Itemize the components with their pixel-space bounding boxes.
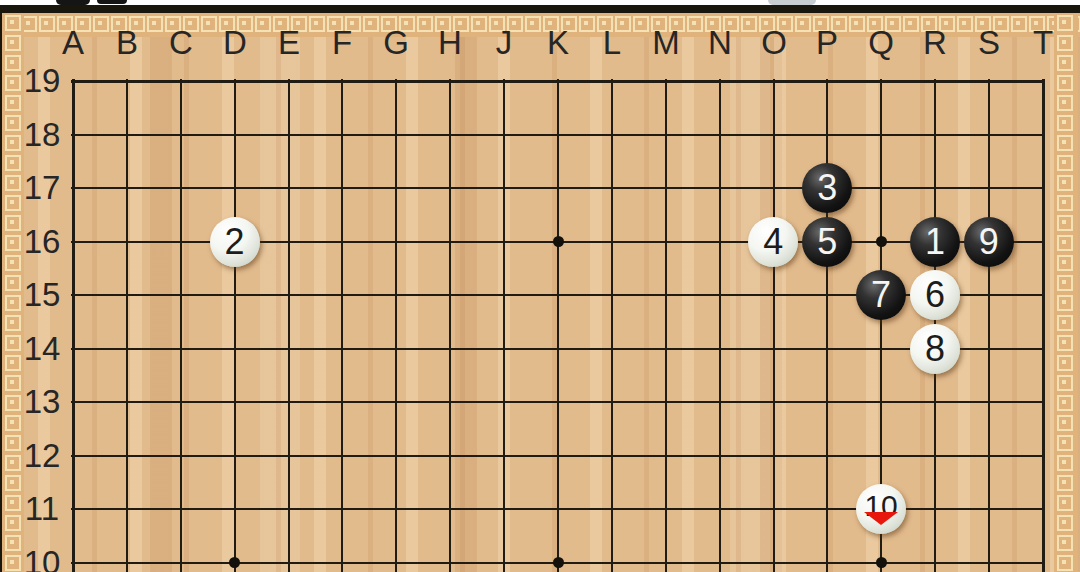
intersection[interactable]: [46, 322, 100, 376]
stone-move-number: 2: [225, 217, 245, 267]
intersection[interactable]: [531, 322, 585, 376]
intersection[interactable]: [962, 376, 1016, 430]
intersection[interactable]: [477, 215, 531, 269]
intersection[interactable]: [46, 483, 100, 537]
intersection[interactable]: [746, 322, 800, 376]
go-board-app: ABCDEFGHJKLMNOPQRST19181716151413121110 …: [0, 0, 1080, 572]
intersection[interactable]: [315, 54, 369, 108]
intersection[interactable]: [154, 268, 208, 322]
intersection[interactable]: [746, 268, 800, 322]
intersection[interactable]: [208, 54, 262, 108]
intersection[interactable]: [585, 322, 639, 376]
intersection[interactable]: [693, 536, 747, 572]
intersection[interactable]: [962, 322, 1016, 376]
intersection[interactable]: [208, 429, 262, 483]
intersection[interactable]: [315, 376, 369, 430]
intersection[interactable]: [854, 215, 908, 269]
intersection[interactable]: [639, 161, 693, 215]
intersection[interactable]: [908, 108, 962, 162]
intersection[interactable]: [208, 108, 262, 162]
intersection[interactable]: [1016, 268, 1070, 322]
intersection[interactable]: [908, 429, 962, 483]
intersection[interactable]: [369, 483, 423, 537]
intersection[interactable]: [854, 536, 908, 572]
intersection[interactable]: [746, 108, 800, 162]
intersection[interactable]: [477, 268, 531, 322]
intersection[interactable]: [46, 429, 100, 483]
intersection[interactable]: 6: [908, 268, 962, 322]
intersection[interactable]: [746, 54, 800, 108]
intersection[interactable]: [962, 268, 1016, 322]
intersection[interactable]: [477, 483, 531, 537]
intersection[interactable]: [639, 215, 693, 269]
intersection[interactable]: [262, 376, 316, 430]
intersection[interactable]: [154, 536, 208, 572]
intersection[interactable]: [800, 322, 854, 376]
intersection[interactable]: [477, 108, 531, 162]
intersection[interactable]: [693, 376, 747, 430]
intersection[interactable]: [46, 54, 100, 108]
intersection[interactable]: [154, 215, 208, 269]
intersection[interactable]: [423, 429, 477, 483]
intersection[interactable]: [477, 54, 531, 108]
intersection[interactable]: [315, 322, 369, 376]
intersection[interactable]: [639, 429, 693, 483]
intersection[interactable]: [262, 54, 316, 108]
stone-move-number: 6: [925, 270, 945, 320]
intersection[interactable]: [962, 54, 1016, 108]
intersection[interactable]: [908, 376, 962, 430]
intersection[interactable]: [423, 376, 477, 430]
intersection[interactable]: [962, 108, 1016, 162]
intersection[interactable]: [154, 322, 208, 376]
intersection[interactable]: [100, 108, 154, 162]
intersection[interactable]: 3: [800, 161, 854, 215]
intersection[interactable]: [962, 483, 1016, 537]
intersection[interactable]: [315, 536, 369, 572]
intersection[interactable]: [639, 322, 693, 376]
intersection[interactable]: [100, 376, 154, 430]
intersection[interactable]: 7: [854, 268, 908, 322]
intersection[interactable]: 9: [962, 215, 1016, 269]
intersection[interactable]: [100, 536, 154, 572]
intersection[interactable]: [693, 268, 747, 322]
intersection[interactable]: [262, 108, 316, 162]
intersection[interactable]: [1016, 536, 1070, 572]
intersection[interactable]: [800, 536, 854, 572]
intersection[interactable]: [1016, 108, 1070, 162]
go-board-grid[interactable]: 32451976810: [46, 54, 1070, 572]
intersection[interactable]: [585, 536, 639, 572]
cropped-glyph-fragment: [97, 0, 127, 4]
intersection[interactable]: [585, 268, 639, 322]
intersection[interactable]: [746, 429, 800, 483]
intersection[interactable]: [262, 322, 316, 376]
stone-white-4[interactable]: 4: [748, 217, 798, 267]
stone-white-6[interactable]: 6: [910, 270, 960, 320]
intersection[interactable]: [585, 483, 639, 537]
stone-white-8[interactable]: 8: [910, 324, 960, 374]
stone-white-2[interactable]: 2: [210, 217, 260, 267]
intersection[interactable]: [854, 54, 908, 108]
intersection[interactable]: [854, 376, 908, 430]
intersection[interactable]: [315, 161, 369, 215]
intersection[interactable]: [262, 215, 316, 269]
intersection[interactable]: [639, 483, 693, 537]
stone-move-number: 7: [871, 270, 891, 320]
intersection[interactable]: [423, 215, 477, 269]
intersection[interactable]: [585, 161, 639, 215]
intersection[interactable]: [531, 536, 585, 572]
intersection[interactable]: [369, 161, 423, 215]
intersection[interactable]: [46, 376, 100, 430]
intersection[interactable]: [477, 161, 531, 215]
intersection[interactable]: 10: [854, 483, 908, 537]
intersection[interactable]: [1016, 429, 1070, 483]
stone-black-9[interactable]: 9: [964, 217, 1014, 267]
intersection[interactable]: [262, 536, 316, 572]
intersection[interactable]: [369, 108, 423, 162]
intersection[interactable]: [315, 108, 369, 162]
intersection[interactable]: [1016, 483, 1070, 537]
intersection[interactable]: [639, 376, 693, 430]
intersection[interactable]: [746, 161, 800, 215]
intersection[interactable]: [585, 376, 639, 430]
intersection[interactable]: 2: [208, 215, 262, 269]
intersection[interactable]: [208, 322, 262, 376]
intersection[interactable]: [1016, 215, 1070, 269]
stone-move-number: 4: [763, 217, 783, 267]
intersection[interactable]: [800, 268, 854, 322]
intersection[interactable]: [531, 215, 585, 269]
intersection[interactable]: [693, 215, 747, 269]
intersection[interactable]: [746, 536, 800, 572]
intersection[interactable]: [100, 268, 154, 322]
intersection[interactable]: [369, 429, 423, 483]
intersection[interactable]: [154, 376, 208, 430]
intersection[interactable]: [1016, 54, 1070, 108]
stone-move-number: 5: [817, 217, 837, 267]
intersection[interactable]: [531, 54, 585, 108]
stone-move-number: 3: [817, 163, 837, 213]
intersection[interactable]: [962, 161, 1016, 215]
stone-black-1[interactable]: 1: [910, 217, 960, 267]
intersection[interactable]: [100, 483, 154, 537]
intersection[interactable]: [585, 215, 639, 269]
intersection[interactable]: [962, 536, 1016, 572]
intersection[interactable]: [46, 536, 100, 572]
intersection[interactable]: [531, 376, 585, 430]
intersection[interactable]: [693, 54, 747, 108]
intersection[interactable]: [477, 322, 531, 376]
intersection[interactable]: [262, 429, 316, 483]
intersection[interactable]: [369, 268, 423, 322]
intersection[interactable]: [46, 161, 100, 215]
intersection[interactable]: [693, 108, 747, 162]
intersection[interactable]: [693, 483, 747, 537]
intersection[interactable]: [46, 268, 100, 322]
intersection[interactable]: [908, 161, 962, 215]
intersection[interactable]: [100, 161, 154, 215]
intersection[interactable]: [423, 54, 477, 108]
intersection[interactable]: [100, 429, 154, 483]
intersection[interactable]: [800, 54, 854, 108]
intersection[interactable]: [154, 483, 208, 537]
intersection[interactable]: [154, 429, 208, 483]
intersection[interactable]: [800, 108, 854, 162]
intersection[interactable]: [46, 108, 100, 162]
intersection[interactable]: [531, 268, 585, 322]
intersection[interactable]: [315, 429, 369, 483]
intersection[interactable]: [208, 161, 262, 215]
stone-white-10[interactable]: 10: [856, 484, 906, 534]
intersection[interactable]: 4: [746, 215, 800, 269]
intersection[interactable]: [746, 483, 800, 537]
intersection[interactable]: [208, 268, 262, 322]
intersection[interactable]: [531, 108, 585, 162]
intersection[interactable]: [854, 108, 908, 162]
intersection[interactable]: [423, 108, 477, 162]
stone-black-7[interactable]: 7: [856, 270, 906, 320]
intersection[interactable]: [1016, 161, 1070, 215]
intersection[interactable]: [693, 429, 747, 483]
intersection[interactable]: [369, 536, 423, 572]
intersection[interactable]: [100, 54, 154, 108]
stone-move-number: 8: [925, 324, 945, 374]
intersection[interactable]: [208, 376, 262, 430]
intersection[interactable]: [800, 429, 854, 483]
intersection[interactable]: [100, 215, 154, 269]
intersection[interactable]: [423, 268, 477, 322]
intersection[interactable]: [854, 429, 908, 483]
intersection[interactable]: [154, 161, 208, 215]
intersection[interactable]: [315, 268, 369, 322]
intersection[interactable]: [800, 483, 854, 537]
intersection[interactable]: [46, 215, 100, 269]
intersection[interactable]: [369, 376, 423, 430]
intersection[interactable]: [477, 536, 531, 572]
intersection[interactable]: [1016, 322, 1070, 376]
intersection[interactable]: [639, 54, 693, 108]
intersection[interactable]: [477, 429, 531, 483]
intersection[interactable]: [531, 161, 585, 215]
intersection[interactable]: [639, 108, 693, 162]
intersection[interactable]: [262, 483, 316, 537]
intersection[interactable]: [1016, 376, 1070, 430]
intersection[interactable]: [908, 54, 962, 108]
stone-black-5[interactable]: 5: [802, 217, 852, 267]
intersection[interactable]: [639, 268, 693, 322]
intersection[interactable]: [477, 376, 531, 430]
intersection[interactable]: [585, 429, 639, 483]
intersection[interactable]: 5: [800, 215, 854, 269]
intersection[interactable]: [423, 322, 477, 376]
stone-move-number: 1: [925, 217, 945, 267]
intersection[interactable]: [908, 483, 962, 537]
intersection[interactable]: [639, 536, 693, 572]
intersection[interactable]: [154, 54, 208, 108]
intersection[interactable]: [585, 54, 639, 108]
intersection[interactable]: [208, 483, 262, 537]
board-frame-edge-top: [0, 5, 1080, 13]
intersection[interactable]: 1: [908, 215, 962, 269]
intersection[interactable]: [100, 322, 154, 376]
intersection[interactable]: [854, 322, 908, 376]
intersection[interactable]: 8: [908, 322, 962, 376]
intersection[interactable]: [369, 54, 423, 108]
intersection[interactable]: [746, 376, 800, 430]
intersection[interactable]: [423, 161, 477, 215]
intersection[interactable]: [262, 161, 316, 215]
intersection[interactable]: [585, 108, 639, 162]
intersection[interactable]: [369, 215, 423, 269]
intersection[interactable]: [693, 161, 747, 215]
intersection[interactable]: [154, 108, 208, 162]
intersection[interactable]: [423, 536, 477, 572]
intersection[interactable]: [693, 322, 747, 376]
intersection[interactable]: [531, 429, 585, 483]
intersection[interactable]: [315, 483, 369, 537]
intersection[interactable]: [315, 215, 369, 269]
stone-black-3[interactable]: 3: [802, 163, 852, 213]
intersection[interactable]: [262, 268, 316, 322]
intersection[interactable]: [369, 322, 423, 376]
intersection[interactable]: [423, 483, 477, 537]
intersection[interactable]: [908, 536, 962, 572]
last-move-marker: [864, 512, 898, 525]
intersection[interactable]: [962, 429, 1016, 483]
intersection[interactable]: [531, 483, 585, 537]
intersection[interactable]: [800, 376, 854, 430]
stone-move-number: 9: [979, 217, 999, 267]
intersection[interactable]: [208, 536, 262, 572]
intersection[interactable]: [854, 161, 908, 215]
